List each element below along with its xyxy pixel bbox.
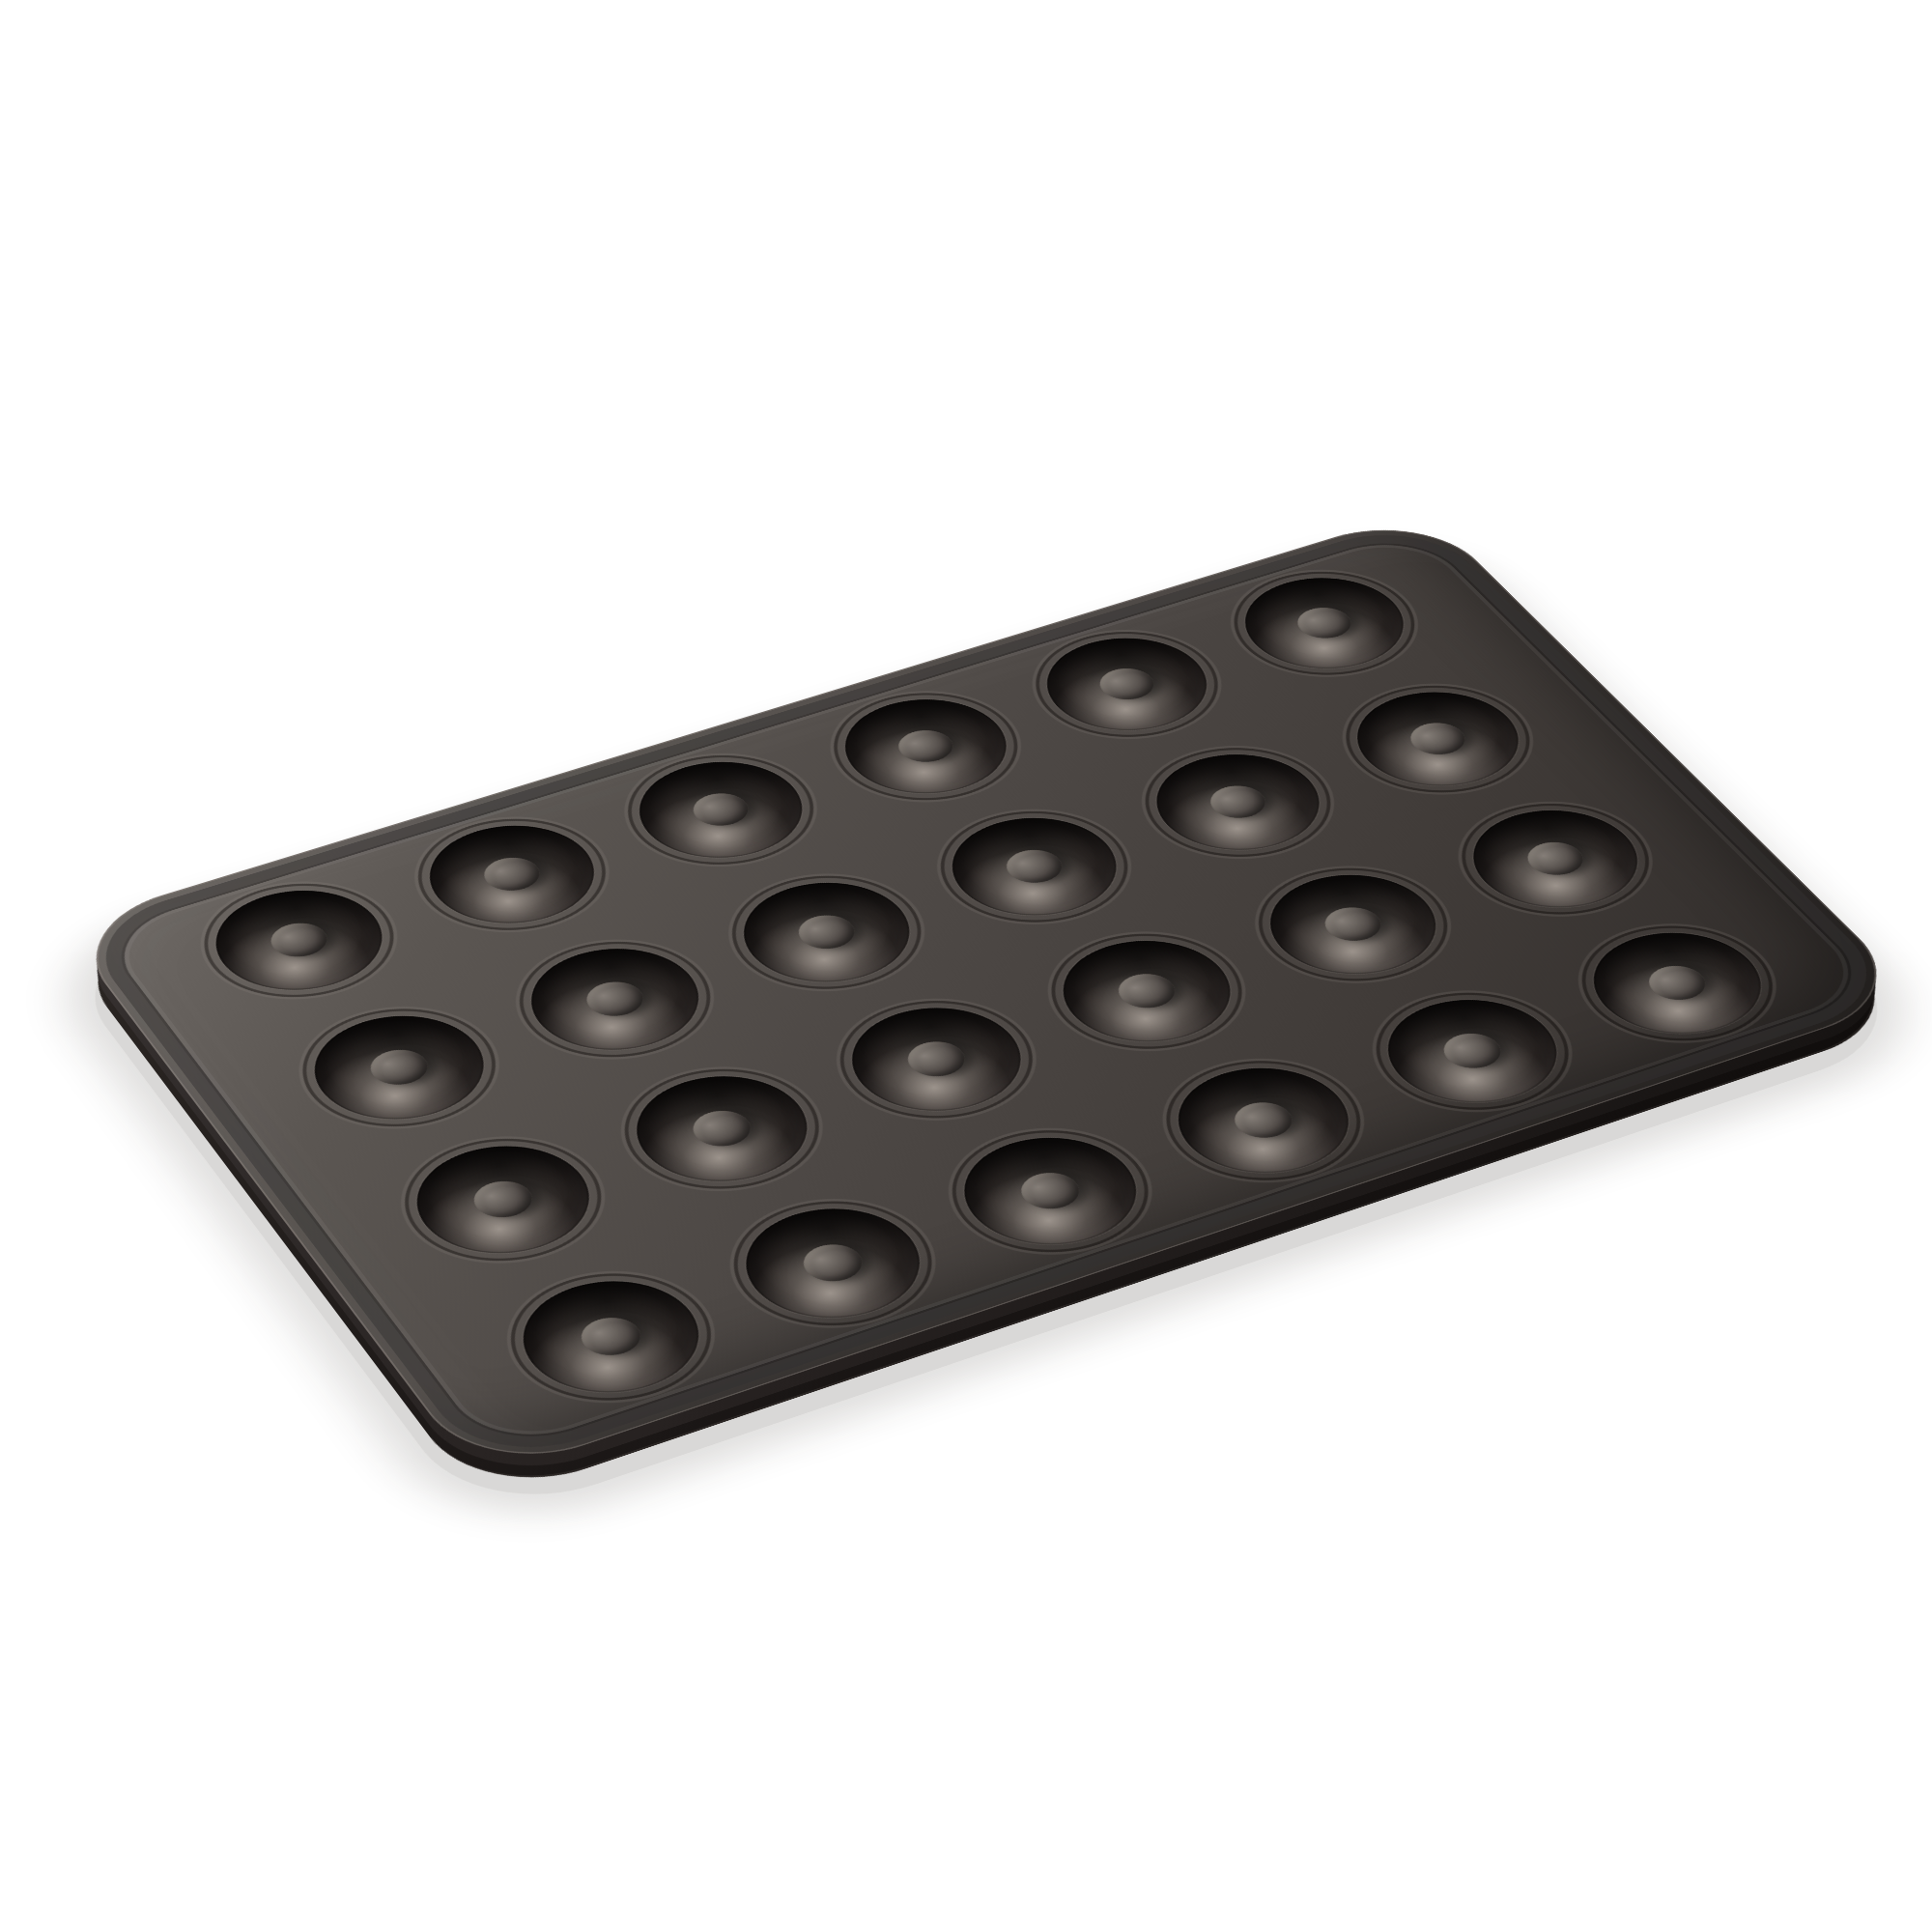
donut-cavity (1187, 546, 1461, 701)
cavity-bowl (608, 1058, 837, 1200)
cavity-bowl (388, 1127, 618, 1272)
donut-cavity (989, 606, 1264, 764)
mini-donut-pan (62, 510, 1918, 1481)
cavity-center-post (571, 1311, 650, 1361)
donut-cavity (257, 980, 542, 1156)
cavity-bowl (1216, 562, 1432, 685)
cavity-center-post (1010, 1166, 1089, 1214)
donut-cavity (788, 667, 1064, 828)
cavity-center-post (360, 1043, 436, 1091)
cavity-bowl (715, 866, 938, 1000)
cavity-center-post (1108, 968, 1184, 1014)
product-photo-scene (0, 0, 1932, 1932)
cavity-bowl (502, 931, 726, 1068)
cavity-center-post (1433, 1027, 1510, 1073)
donut-cavity (577, 1039, 867, 1219)
cavity-bowl (188, 873, 409, 1008)
cavity-center-post (889, 724, 962, 767)
cavity-bowl (1018, 622, 1235, 747)
donut-cavity (1003, 905, 1290, 1078)
cavity-center-post (1200, 781, 1274, 824)
cavity-center-post (474, 852, 548, 896)
cavity-bowl (822, 990, 1050, 1129)
cavity-center-post (1224, 1096, 1302, 1144)
cavity-center-post (788, 909, 864, 954)
cavity-bowl (1442, 793, 1667, 924)
donut-cavity (792, 972, 1081, 1149)
cavity-center-post (897, 1036, 974, 1083)
cavity-bowl (1033, 923, 1260, 1060)
cavity-center-post (577, 976, 652, 1022)
cavity-bowl (1356, 982, 1587, 1122)
donut-cavity (894, 783, 1175, 951)
donut-cavity (582, 728, 859, 893)
cavity-bowl (716, 1190, 950, 1337)
donut-cavity (357, 1109, 648, 1293)
cavity-center-post (996, 844, 1070, 889)
cavity-bowl (494, 1262, 728, 1412)
cavity-bowl (1239, 858, 1465, 992)
cavity-bowl (1127, 738, 1349, 867)
donut-cavity (373, 791, 650, 958)
cavity-bowl (816, 683, 1034, 810)
cavity-center-post (1090, 663, 1163, 704)
cavity-center-post (683, 1104, 760, 1152)
donut-cavity (159, 856, 439, 1026)
cavity-bowl (1148, 1050, 1379, 1192)
donut-cavity (685, 848, 967, 1018)
cavity-center-post (1400, 717, 1474, 759)
cavity-center-post (1517, 837, 1592, 881)
cavity-bowl (287, 998, 511, 1137)
cavity-center-post (1315, 901, 1391, 947)
cavity-bowl (611, 746, 830, 875)
cavity-center-post (793, 1238, 872, 1288)
cavity-bowl (402, 809, 621, 940)
donut-cavity (473, 913, 757, 1086)
cavity-bowl (923, 801, 1145, 932)
cavity-center-post (1638, 960, 1716, 1007)
cavity-bowl (1562, 916, 1792, 1052)
cavity-center-post (464, 1175, 541, 1224)
cavity-bowl (934, 1120, 1167, 1264)
cavity-center-post (262, 917, 336, 962)
cavity-bowl (1327, 676, 1548, 803)
cavity-center-post (683, 787, 756, 831)
cavity-center-post (1288, 602, 1360, 643)
